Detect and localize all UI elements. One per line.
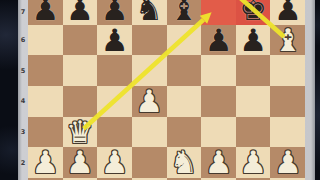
square-b5[interactable] (63, 55, 98, 86)
square-h4[interactable] (270, 86, 305, 117)
square-e1[interactable] (167, 178, 202, 180)
piece-black-pawn-b7[interactable]: ♟ (66, 0, 94, 25)
square-d4[interactable]: ♟ (132, 86, 167, 117)
square-g7[interactable]: ♚ (236, 0, 271, 25)
chess-board[interactable]: ♟♟♟♞♝♚♟♟♟♟♝♟♛♟♟♟♞♟♟♟ (28, 0, 305, 180)
rank-label-4: 4 (18, 97, 28, 105)
piece-white-pawn-c2[interactable]: ♟ (101, 147, 129, 178)
piece-black-pawn-f6[interactable]: ♟ (205, 25, 233, 56)
piece-black-pawn-g6[interactable]: ♟ (239, 25, 267, 56)
square-g4[interactable] (236, 86, 271, 117)
square-e7[interactable]: ♝ (167, 0, 202, 25)
square-e4[interactable] (167, 86, 202, 117)
square-f3[interactable] (201, 117, 236, 148)
square-f2[interactable]: ♟ (201, 147, 236, 178)
square-d6[interactable] (132, 25, 167, 56)
piece-black-pawn-a7[interactable]: ♟ (31, 0, 59, 25)
square-b3[interactable]: ♛ (63, 117, 98, 148)
square-a7[interactable]: ♟ (28, 0, 63, 25)
piece-white-bishop-h6[interactable]: ♝ (274, 25, 302, 56)
square-g1[interactable] (236, 178, 271, 180)
square-g6[interactable]: ♟ (236, 25, 271, 56)
square-f5[interactable] (201, 55, 236, 86)
square-b7[interactable]: ♟ (63, 0, 98, 25)
square-h3[interactable] (270, 117, 305, 148)
square-a4[interactable] (28, 86, 63, 117)
square-f1[interactable] (201, 178, 236, 180)
square-e6[interactable] (167, 25, 202, 56)
piece-white-queen-b3[interactable]: ♛ (66, 117, 94, 148)
square-c6[interactable]: ♟ (97, 25, 132, 56)
piece-white-pawn-b2[interactable]: ♟ (66, 147, 94, 178)
square-c2[interactable]: ♟ (97, 147, 132, 178)
square-h7[interactable]: ♟ (270, 0, 305, 25)
piece-white-pawn-d4[interactable]: ♟ (135, 86, 163, 117)
piece-white-knight-e2[interactable]: ♞ (170, 147, 198, 178)
square-d5[interactable] (132, 55, 167, 86)
square-b1[interactable] (63, 178, 98, 180)
piece-white-pawn-f2[interactable]: ♟ (205, 147, 233, 178)
piece-black-knight-d7[interactable]: ♞ (135, 0, 163, 25)
square-c4[interactable] (97, 86, 132, 117)
piece-black-pawn-c6[interactable]: ♟ (101, 25, 129, 56)
square-b4[interactable] (63, 86, 98, 117)
square-f6[interactable]: ♟ (201, 25, 236, 56)
square-g3[interactable] (236, 117, 271, 148)
square-e3[interactable] (167, 117, 202, 148)
square-a6[interactable] (28, 25, 63, 56)
square-d7[interactable]: ♞ (132, 0, 167, 25)
chess-app-canvas: 765432 ♟♟♟♞♝♚♟♟♟♟♝♟♛♟♟♟♞♟♟♟ (0, 0, 320, 180)
rank-label-3: 3 (18, 128, 28, 136)
square-g5[interactable] (236, 55, 271, 86)
square-h2[interactable]: ♟ (270, 147, 305, 178)
square-h1[interactable] (270, 178, 305, 180)
square-c1[interactable] (97, 178, 132, 180)
rank-label-7: 7 (18, 8, 28, 16)
piece-black-bishop-e7[interactable]: ♝ (170, 0, 198, 25)
square-f4[interactable] (201, 86, 236, 117)
square-a3[interactable] (28, 117, 63, 148)
square-c5[interactable] (97, 55, 132, 86)
square-c7[interactable]: ♟ (97, 0, 132, 25)
square-b2[interactable]: ♟ (63, 147, 98, 178)
square-a5[interactable] (28, 55, 63, 86)
square-e5[interactable] (167, 55, 202, 86)
square-c3[interactable] (97, 117, 132, 148)
square-a2[interactable]: ♟ (28, 147, 63, 178)
rank-label-gutter: 765432 (18, 0, 28, 180)
square-d1[interactable] (132, 178, 167, 180)
square-g2[interactable]: ♟ (236, 147, 271, 178)
rank-label-5: 5 (18, 67, 28, 75)
rank-label-2: 2 (18, 159, 28, 167)
square-h5[interactable] (270, 55, 305, 86)
piece-white-pawn-h2[interactable]: ♟ (274, 147, 302, 178)
square-h6[interactable]: ♝ (270, 25, 305, 56)
square-b6[interactable] (63, 25, 98, 56)
piece-white-pawn-a2[interactable]: ♟ (31, 147, 59, 178)
piece-white-pawn-g2[interactable]: ♟ (239, 147, 267, 178)
rank-label-6: 6 (18, 36, 28, 44)
square-e2[interactable]: ♞ (167, 147, 202, 178)
square-a1[interactable] (28, 178, 63, 180)
square-d3[interactable] (132, 117, 167, 148)
square-f7[interactable] (201, 0, 236, 25)
square-d2[interactable] (132, 147, 167, 178)
